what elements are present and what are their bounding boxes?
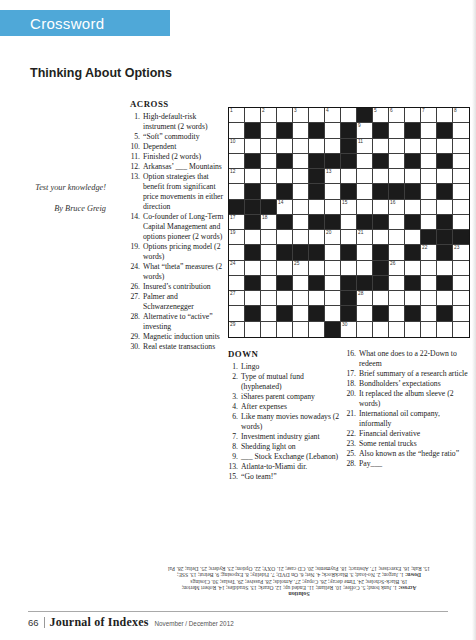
clue-text: Arkansas’ ___ Mountains <box>143 162 228 172</box>
cell-number: 4 <box>326 108 329 114</box>
grid-cell[interactable] <box>325 306 341 321</box>
grid-cell-black <box>261 200 277 215</box>
margin-note: Test your knowledge! By Bruce Greig <box>28 183 106 213</box>
grid-cell-black <box>309 123 325 138</box>
grid-cell[interactable] <box>229 245 245 260</box>
grid-cell[interactable] <box>421 184 437 199</box>
grid-cell[interactable] <box>421 291 437 306</box>
grid-cell[interactable] <box>357 154 373 169</box>
grid-cell-black <box>437 184 453 199</box>
grid-cell[interactable] <box>341 230 357 245</box>
across-clue-list: 1.High-default-risk instrument (2 words)… <box>130 112 228 352</box>
grid-cell[interactable] <box>357 261 373 276</box>
grid-cell[interactable] <box>245 291 261 306</box>
grid-cell[interactable]: 27 <box>229 291 245 306</box>
grid-cell[interactable] <box>277 230 293 245</box>
grid-cell[interactable] <box>389 154 405 169</box>
clue-number: 16. <box>346 349 359 369</box>
grid-cell[interactable] <box>229 306 245 321</box>
grid-cell[interactable] <box>357 184 373 199</box>
grid-cell-black <box>309 184 325 199</box>
grid-cell[interactable] <box>309 200 325 215</box>
grid-cell-black <box>341 306 357 321</box>
down-clue: 22.Financial derivative <box>346 429 472 439</box>
clue-text: Magnetic induction units <box>143 332 228 342</box>
grid-cell[interactable]: 26 <box>389 261 405 276</box>
grid-cell[interactable] <box>421 139 437 154</box>
grid-cell-black <box>373 306 389 321</box>
grid-cell[interactable] <box>373 322 389 337</box>
grid-cell-black <box>373 184 389 199</box>
grid-cell[interactable] <box>325 200 341 215</box>
across-clue: 29.Magnetic induction units <box>130 332 228 342</box>
down-clue: 23.Some rental trucks <box>346 439 472 449</box>
clue-text: High-default-risk instrument (2 words) <box>143 112 228 132</box>
grid-cell[interactable]: 10 <box>229 139 245 154</box>
grid-cell[interactable] <box>261 139 277 154</box>
down-clue-list-col2: 16.What one does to a 22-Down to redeem1… <box>346 349 472 469</box>
grid-cell[interactable] <box>421 276 437 291</box>
clue-number: 7. <box>228 432 241 442</box>
grid-cell-black <box>405 154 421 169</box>
cell-number: 6 <box>390 108 393 114</box>
grid-cell[interactable] <box>421 169 437 184</box>
grid-cell[interactable]: 1 <box>229 108 245 123</box>
grid-cell[interactable] <box>293 215 309 230</box>
grid-cell[interactable] <box>309 230 325 245</box>
grid-cell[interactable]: 18 <box>261 215 277 230</box>
grid-cell[interactable]: 15 <box>341 200 357 215</box>
across-clue: 13.Option strategies that benefit from s… <box>130 172 228 212</box>
grid-cell[interactable] <box>261 245 277 260</box>
grid-cell[interactable] <box>405 322 421 337</box>
clue-text: Financial derivative <box>359 429 472 439</box>
clue-text: Type of mutual fund (hyphenated) <box>241 372 342 392</box>
grid-cell[interactable] <box>357 245 373 260</box>
grid-cell[interactable] <box>309 108 325 123</box>
grid-cell[interactable]: 8 <box>453 108 469 123</box>
grid-cell[interactable] <box>453 123 469 138</box>
cell-number: 29 <box>230 322 235 328</box>
grid-cell[interactable]: 2 <box>261 108 277 123</box>
clue-number: 14. <box>130 212 143 242</box>
page-edge-shadow <box>472 0 476 640</box>
grid-cell-black <box>405 184 421 199</box>
grid-cell-black <box>309 215 325 230</box>
grid-cell[interactable] <box>389 139 405 154</box>
grid-cell[interactable] <box>357 322 373 337</box>
grid-cell[interactable] <box>421 123 437 138</box>
grid-cell[interactable] <box>453 184 469 199</box>
grid-cell[interactable] <box>453 169 469 184</box>
grid-cell-black <box>405 306 421 321</box>
clue-number: 17. <box>346 369 359 379</box>
footer-divider <box>44 617 45 628</box>
grid-cell[interactable] <box>325 276 341 291</box>
grid-cell[interactable]: 16 <box>389 200 405 215</box>
grid-cell[interactable] <box>261 306 277 321</box>
clue-text: Lingo <box>241 362 342 372</box>
cell-number: 1 <box>230 108 233 114</box>
grid-cell[interactable] <box>261 322 277 337</box>
grid-cell[interactable] <box>245 139 261 154</box>
clue-number: 1. <box>130 112 143 132</box>
grid-cell[interactable] <box>341 108 357 123</box>
grid-cell[interactable] <box>261 230 277 245</box>
clue-text: Also known as the “hedge ratio” <box>359 449 472 459</box>
cell-number: 21 <box>358 230 363 236</box>
grid-cell[interactable] <box>437 139 453 154</box>
grid-cell[interactable] <box>277 261 293 276</box>
grid-cell[interactable] <box>245 322 261 337</box>
grid-cell[interactable] <box>437 322 453 337</box>
grid-cell-black <box>309 154 325 169</box>
grid-cell-black <box>373 215 389 230</box>
grid-cell[interactable]: 7 <box>421 108 437 123</box>
grid-cell[interactable] <box>389 322 405 337</box>
clue-number: 8. <box>228 442 241 452</box>
cell-number: 5 <box>374 108 377 114</box>
grid-cell-black <box>357 108 373 123</box>
clue-text: iShares parent company <box>241 392 342 402</box>
grid-cell[interactable] <box>405 108 421 123</box>
clue-number: 9. <box>228 452 241 462</box>
across-clue: 19.Options pricing model (2 words) <box>130 242 228 262</box>
down-clue: 1.Lingo <box>228 362 342 372</box>
grid-cell[interactable] <box>405 291 421 306</box>
grid-cell[interactable] <box>293 322 309 337</box>
grid-cell[interactable] <box>293 291 309 306</box>
grid-cell[interactable]: 29 <box>229 322 245 337</box>
grid-cell[interactable] <box>325 123 341 138</box>
grid-cell-black <box>437 245 453 260</box>
grid-cell-black <box>341 245 357 260</box>
grid-cell[interactable] <box>277 169 293 184</box>
journal-name: Journal of Indexes <box>50 615 149 630</box>
grid-cell[interactable] <box>229 154 245 169</box>
clue-text: Some rental trucks <box>359 439 472 449</box>
grid-cell[interactable] <box>293 276 309 291</box>
grid-cell[interactable] <box>229 184 245 199</box>
grid-cell[interactable] <box>405 230 421 245</box>
down-clue: 4.After expenses <box>228 402 342 412</box>
grid-cell[interactable] <box>277 108 293 123</box>
grid-cell[interactable]: 23 <box>453 245 469 260</box>
grid-cell-black <box>341 291 357 306</box>
grid-cell[interactable] <box>341 169 357 184</box>
clue-number: 28. <box>130 312 143 332</box>
grid-cell[interactable] <box>453 276 469 291</box>
grid-cell[interactable] <box>277 291 293 306</box>
grid-cell[interactable] <box>325 184 341 199</box>
grid-cell[interactable]: 21 <box>357 230 373 245</box>
grid-cell[interactable] <box>325 245 341 260</box>
solution-line: Down: 1. Jargon; 2. No-load; 3. BlackRoc… <box>128 572 470 578</box>
grid-cell[interactable]: 28 <box>357 291 373 306</box>
grid-cell-black <box>373 123 389 138</box>
grid-cell-black <box>309 276 325 291</box>
grid-cell[interactable] <box>261 276 277 291</box>
cell-number: 28 <box>358 291 363 297</box>
crossword-grid[interactable]: 1234567891011121314151617181920212223242… <box>228 107 470 338</box>
grid-cell[interactable] <box>453 306 469 321</box>
upside-down-solution: Solution Across: 1. Junk bond; 5. Coffee… <box>128 566 470 597</box>
grid-cell[interactable] <box>229 276 245 291</box>
across-clue: 30.Real estate transactions <box>130 342 228 352</box>
grid-cell[interactable] <box>453 261 469 276</box>
grid-cell-black <box>325 154 341 169</box>
grid-cell[interactable] <box>229 123 245 138</box>
clue-text: After expenses <box>241 402 342 412</box>
grid-cell[interactable] <box>437 291 453 306</box>
grid-cell[interactable] <box>437 169 453 184</box>
grid-cell-black <box>245 123 261 138</box>
grid-cell[interactable]: 12 <box>229 169 245 184</box>
clue-number: 19. <box>130 242 143 262</box>
grid-cell[interactable] <box>437 108 453 123</box>
across-clue: 28.Alternative to “active” investing <box>130 312 228 332</box>
solution-line: 19. Black-Scholes; 24. Time decay; 26. C… <box>128 578 470 584</box>
clue-text: What “theta” measures (2 words) <box>143 262 228 282</box>
grid-cell-black <box>373 154 389 169</box>
grid-cell[interactable] <box>245 261 261 276</box>
grid-cell[interactable] <box>245 108 261 123</box>
cell-number: 23 <box>454 245 459 251</box>
clue-number: 28. <box>346 459 359 469</box>
clue-number: 6. <box>228 412 241 432</box>
grid-cell[interactable] <box>341 215 357 230</box>
grid-cell[interactable]: 19 <box>229 230 245 245</box>
grid-cell[interactable] <box>293 154 309 169</box>
grid-cell[interactable] <box>261 184 277 199</box>
section-label: Crossword <box>30 15 104 32</box>
grid-cell[interactable] <box>261 261 277 276</box>
grid-cell[interactable] <box>277 322 293 337</box>
grid-cell[interactable] <box>373 230 389 245</box>
clue-text: Finished (2 words) <box>143 152 228 162</box>
cell-number: 19 <box>230 230 235 236</box>
grid-cell[interactable] <box>421 215 437 230</box>
grid-cell[interactable]: 22 <box>421 245 437 260</box>
grid-cell[interactable] <box>293 184 309 199</box>
grid-cell[interactable]: 3 <box>293 108 309 123</box>
grid-cell[interactable] <box>453 322 469 337</box>
page-number: 66 <box>28 617 39 628</box>
grid-cell[interactable] <box>405 261 421 276</box>
grid-cell[interactable] <box>453 291 469 306</box>
clue-text: Brief summary of a research article <box>359 369 472 379</box>
grid-cell[interactable]: 24 <box>229 261 245 276</box>
grid-cell[interactable] <box>277 139 293 154</box>
grid-cell[interactable] <box>421 306 437 321</box>
grid-cell[interactable] <box>453 215 469 230</box>
cell-number: 12 <box>230 169 235 175</box>
grid-cell[interactable] <box>325 291 341 306</box>
byline: By Bruce Greig <box>28 204 106 213</box>
grid-cell-black <box>373 261 389 276</box>
grid-cell[interactable] <box>437 261 453 276</box>
grid-cell[interactable] <box>453 139 469 154</box>
clue-number: 18. <box>346 379 359 389</box>
grid-cell[interactable]: 9 <box>357 123 373 138</box>
grid-cell-black <box>229 200 245 215</box>
grid-cell-black <box>245 215 261 230</box>
clue-text: ___ Stock Exchange (Lebanon) <box>241 452 342 462</box>
down-clue-list-col1: 1.Lingo2.Type of mutual fund (hyphenated… <box>228 362 342 482</box>
cell-number: 2 <box>262 108 265 114</box>
grid-cell-black <box>373 276 389 291</box>
grid-cell[interactable] <box>357 169 373 184</box>
grid-cell[interactable] <box>357 200 373 215</box>
grid-cell[interactable] <box>245 169 261 184</box>
cell-number: 26 <box>390 261 395 267</box>
grid-cell[interactable] <box>261 123 277 138</box>
clue-number: 21. <box>346 409 359 429</box>
grid-cell[interactable]: 17 <box>229 215 245 230</box>
grid-cell[interactable]: 20 <box>325 230 341 245</box>
grid-cell[interactable]: 25 <box>293 261 309 276</box>
grid-cell-black <box>437 123 453 138</box>
grid-cell[interactable] <box>261 169 277 184</box>
grid-cell[interactable] <box>373 139 389 154</box>
clue-number: 20. <box>346 389 359 409</box>
grid-cell[interactable]: 30 <box>341 322 357 337</box>
grid-cell[interactable] <box>293 306 309 321</box>
down-clue: 6.Like many movies nowadays (2 words) <box>228 412 342 432</box>
grid-cell[interactable] <box>293 139 309 154</box>
cell-number: 27 <box>230 291 235 297</box>
clue-number: 4. <box>228 402 241 412</box>
grid-cell[interactable] <box>437 200 453 215</box>
tagline: Test your knowledge! <box>28 183 106 192</box>
across-clue: 27.Palmer and Schwarzenegger <box>130 292 228 312</box>
grid-cell[interactable] <box>421 322 437 337</box>
grid-cell[interactable] <box>405 139 421 154</box>
grid-cell[interactable]: 6 <box>389 108 405 123</box>
cell-number: 7 <box>422 108 425 114</box>
grid-cell[interactable] <box>245 230 261 245</box>
grid-cell-black <box>277 245 293 260</box>
cell-number: 3 <box>294 108 297 114</box>
grid-cell[interactable] <box>325 139 341 154</box>
grid-cell[interactable] <box>293 230 309 245</box>
across-heading: ACROSS <box>130 99 169 109</box>
grid-cell[interactable] <box>341 261 357 276</box>
grid-cell[interactable] <box>421 261 437 276</box>
grid-cell[interactable] <box>309 291 325 306</box>
clue-number: 26. <box>130 282 143 292</box>
grid-cell[interactable] <box>421 200 437 215</box>
grid-cell-black <box>357 215 373 230</box>
down-clue: 9.___ Stock Exchange (Lebanon) <box>228 452 342 462</box>
grid-cell[interactable] <box>293 169 309 184</box>
grid-cell[interactable] <box>389 245 405 260</box>
grid-cell[interactable]: 11 <box>357 139 373 154</box>
grid-cell[interactable] <box>261 154 277 169</box>
grid-cell[interactable]: 14 <box>277 200 293 215</box>
grid-cell[interactable] <box>405 200 421 215</box>
clue-number: 11. <box>130 152 143 162</box>
grid-cell[interactable] <box>309 261 325 276</box>
grid-cell[interactable] <box>389 215 405 230</box>
grid-cell-black <box>405 276 421 291</box>
grid-cell-black <box>437 276 453 291</box>
cell-number: 8 <box>454 108 457 114</box>
grid-cell[interactable] <box>309 139 325 154</box>
grid-cell[interactable] <box>293 123 309 138</box>
grid-cell[interactable] <box>389 230 405 245</box>
clue-text: What one does to a 22-Down to redeem <box>359 349 472 369</box>
grid-cell[interactable] <box>389 291 405 306</box>
grid-cell[interactable] <box>389 123 405 138</box>
footer-rule <box>28 611 448 612</box>
grid-cell[interactable] <box>373 200 389 215</box>
clue-number: 12. <box>130 162 143 172</box>
cell-number: 9 <box>358 123 361 129</box>
grid-cell[interactable] <box>373 169 389 184</box>
clue-number: 5. <box>130 132 143 142</box>
clue-text: “Go team!” <box>241 472 342 482</box>
down-clue: 3.iShares parent company <box>228 392 342 402</box>
grid-cell[interactable] <box>453 200 469 215</box>
clue-text: Co-founder of Long-Term Capital Manageme… <box>143 212 228 242</box>
across-clue: 11.Finished (2 words) <box>130 152 228 162</box>
cell-number: 24 <box>230 261 235 267</box>
issue-date: November / December 2012 <box>155 620 234 627</box>
grid-cell-black <box>245 200 261 215</box>
grid-cell[interactable] <box>373 291 389 306</box>
grid-cell-black <box>341 154 357 169</box>
across-clue: 26.Insured’s contribution <box>130 282 228 292</box>
grid-cell-black <box>437 306 453 321</box>
grid-cell[interactable]: 4 <box>325 108 341 123</box>
grid-cell[interactable] <box>309 322 325 337</box>
across-clue: 1.High-default-risk instrument (2 words) <box>130 112 228 132</box>
grid-cell[interactable] <box>357 306 373 321</box>
grid-cell-black <box>277 306 293 321</box>
cell-number: 18 <box>262 215 267 221</box>
grid-cell-black <box>373 245 389 260</box>
grid-cell[interactable] <box>293 200 309 215</box>
across-clue: 24.What “theta” measures (2 words) <box>130 262 228 282</box>
cell-number: 14 <box>278 200 283 206</box>
down-clue: 8.Shedding light on <box>228 442 342 452</box>
clue-text: Investment industry giant <box>241 432 342 442</box>
clue-number: 3. <box>228 392 241 402</box>
grid-cell-black <box>245 276 261 291</box>
grid-cell-black <box>309 169 325 184</box>
grid-cell[interactable] <box>325 261 341 276</box>
grid-cell[interactable] <box>405 169 421 184</box>
grid-cell[interactable]: 13 <box>325 169 341 184</box>
cell-number: 15 <box>342 200 347 206</box>
grid-cell[interactable] <box>389 169 405 184</box>
grid-cell[interactable] <box>389 276 405 291</box>
clue-text: Insured’s contribution <box>143 282 228 292</box>
grid-cell-black <box>341 139 357 154</box>
cell-number: 10 <box>230 139 235 145</box>
clue-number: 23. <box>346 439 359 449</box>
grid-cell[interactable] <box>389 306 405 321</box>
clue-number: 13. <box>228 462 241 472</box>
grid-cell[interactable] <box>453 154 469 169</box>
solution-line: 15. Rah; 16. Exercises; 17. Abstract; 18… <box>128 566 470 572</box>
grid-cell[interactable]: 5 <box>373 108 389 123</box>
grid-cell[interactable] <box>421 154 437 169</box>
clue-text: Bondholders’ expectations <box>359 379 472 389</box>
down-clue: 18.Bondholders’ expectations <box>346 379 472 389</box>
grid-cell[interactable] <box>261 291 277 306</box>
